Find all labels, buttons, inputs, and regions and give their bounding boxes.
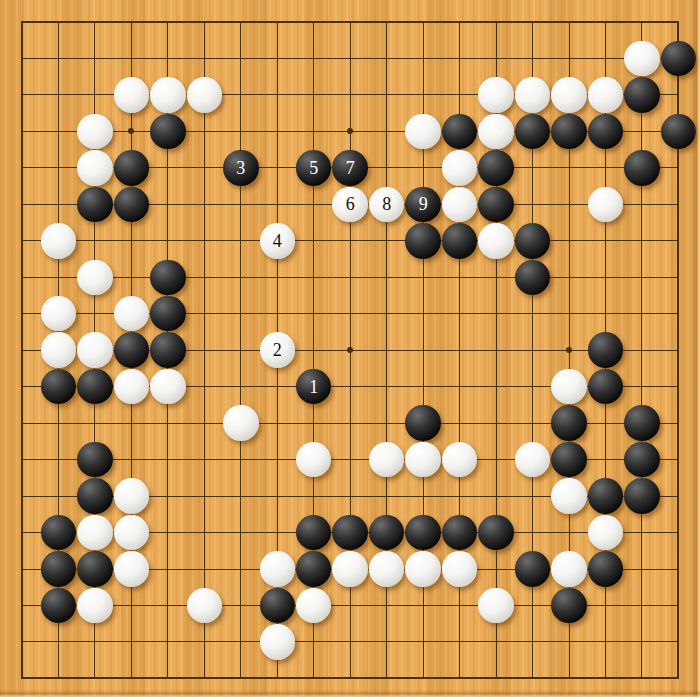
white-stone <box>296 588 332 624</box>
white-stone <box>187 588 223 624</box>
white-stone <box>114 296 150 332</box>
white-stone <box>260 624 296 660</box>
white-stone <box>296 442 332 478</box>
black-stone <box>114 150 150 186</box>
white-stone <box>551 551 587 587</box>
black-stone: 5 <box>296 150 332 186</box>
white-stone <box>478 114 514 150</box>
black-stone <box>588 478 624 514</box>
star-point <box>347 347 353 353</box>
move-number-label: 9 <box>405 187 441 223</box>
black-stone <box>332 515 368 551</box>
white-stone <box>150 77 186 113</box>
black-stone: 1 <box>296 369 332 405</box>
move-number-label: 5 <box>296 150 332 186</box>
black-stone <box>478 187 514 223</box>
move-number-label: 1 <box>296 369 332 405</box>
black-stone <box>405 405 441 441</box>
white-stone <box>551 77 587 113</box>
white-stone <box>551 369 587 405</box>
white-stone: 6 <box>332 187 368 223</box>
black-stone <box>624 478 660 514</box>
black-stone <box>515 260 551 296</box>
black-stone <box>624 150 660 186</box>
black-stone <box>624 77 660 113</box>
white-stone <box>114 515 150 551</box>
black-stone <box>77 187 113 223</box>
white-stone <box>77 515 113 551</box>
black-stone <box>77 442 113 478</box>
move-number-label: 4 <box>260 223 296 259</box>
black-stone <box>624 405 660 441</box>
black-stone <box>442 114 478 150</box>
black-stone <box>588 551 624 587</box>
white-stone <box>478 223 514 259</box>
black-stone <box>150 114 186 150</box>
star-point <box>128 128 134 134</box>
black-stone <box>41 515 77 551</box>
black-stone <box>41 369 77 405</box>
black-stone <box>551 588 587 624</box>
white-stone <box>77 114 113 150</box>
black-stone <box>551 442 587 478</box>
white-stone <box>369 442 405 478</box>
black-stone <box>150 296 186 332</box>
white-stone <box>41 332 77 368</box>
board-cells: 357689421 <box>4 4 697 697</box>
black-stone <box>588 114 624 150</box>
white-stone <box>114 369 150 405</box>
white-stone <box>442 551 478 587</box>
go-board[interactable]: 357689421 <box>0 0 700 697</box>
black-stone <box>41 588 77 624</box>
black-stone <box>588 332 624 368</box>
white-stone <box>405 442 441 478</box>
white-stone <box>41 296 77 332</box>
white-stone <box>114 478 150 514</box>
black-stone <box>150 260 186 296</box>
white-stone: 2 <box>260 332 296 368</box>
black-stone <box>661 114 697 150</box>
white-stone <box>114 77 150 113</box>
black-stone <box>369 515 405 551</box>
move-number-label: 8 <box>369 187 405 223</box>
move-number-label: 3 <box>223 150 259 186</box>
white-stone <box>369 551 405 587</box>
black-stone <box>588 369 624 405</box>
white-stone <box>478 588 514 624</box>
black-stone <box>478 150 514 186</box>
star-point <box>566 347 572 353</box>
black-stone <box>551 405 587 441</box>
white-stone <box>442 187 478 223</box>
move-number-label: 2 <box>260 332 296 368</box>
black-stone <box>296 515 332 551</box>
black-stone <box>515 114 551 150</box>
black-stone <box>41 551 77 587</box>
black-stone <box>515 551 551 587</box>
white-stone <box>114 551 150 587</box>
white-stone <box>515 77 551 113</box>
white-stone <box>442 150 478 186</box>
black-stone <box>77 478 113 514</box>
black-stone <box>405 223 441 259</box>
white-stone <box>551 478 587 514</box>
move-number-label: 7 <box>332 150 368 186</box>
white-stone <box>77 332 113 368</box>
white-stone <box>588 77 624 113</box>
black-stone <box>515 223 551 259</box>
white-stone <box>260 551 296 587</box>
white-stone <box>332 551 368 587</box>
white-stone <box>150 369 186 405</box>
black-stone <box>551 114 587 150</box>
white-stone <box>442 442 478 478</box>
white-stone: 8 <box>369 187 405 223</box>
white-stone <box>77 260 113 296</box>
white-stone <box>405 114 441 150</box>
black-stone <box>442 223 478 259</box>
white-stone <box>624 41 660 77</box>
white-stone <box>77 150 113 186</box>
black-stone: 3 <box>223 150 259 186</box>
black-stone <box>114 187 150 223</box>
white-stone: 4 <box>260 223 296 259</box>
white-stone <box>478 77 514 113</box>
white-stone <box>588 515 624 551</box>
black-stone <box>77 369 113 405</box>
white-stone <box>405 551 441 587</box>
white-stone <box>588 187 624 223</box>
black-stone <box>661 41 697 77</box>
black-stone: 9 <box>405 187 441 223</box>
white-stone <box>187 77 223 113</box>
white-stone <box>515 442 551 478</box>
star-point <box>347 128 353 134</box>
black-stone <box>77 551 113 587</box>
black-stone <box>114 332 150 368</box>
white-stone <box>77 588 113 624</box>
white-stone <box>41 223 77 259</box>
black-stone <box>442 515 478 551</box>
black-stone <box>260 588 296 624</box>
black-stone <box>478 515 514 551</box>
black-stone <box>624 442 660 478</box>
move-number-label: 6 <box>332 187 368 223</box>
black-stone <box>405 515 441 551</box>
white-stone <box>223 405 259 441</box>
black-stone <box>150 332 186 368</box>
black-stone: 7 <box>332 150 368 186</box>
black-stone <box>296 551 332 587</box>
